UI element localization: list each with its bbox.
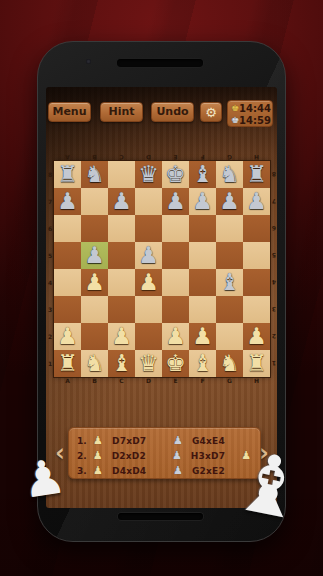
move-row: 2.♟D2xD2♟H3xD7♟ xyxy=(77,448,254,463)
white-pawn-piece: ♟ xyxy=(243,323,270,350)
square-b8[interactable]: ♞ xyxy=(81,161,108,188)
square-b7[interactable] xyxy=(81,188,108,215)
coord-label: F xyxy=(189,377,216,385)
black-pawn-icon: ♟ xyxy=(170,434,186,448)
coord-label: 1 xyxy=(46,350,54,377)
square-h4[interactable] xyxy=(243,269,270,296)
square-d8[interactable]: ♛ xyxy=(135,161,162,188)
coord-label: E xyxy=(162,377,189,385)
black-pawn-piece: ♟ xyxy=(162,188,189,215)
board-file-labels-top: ABCDEFGH xyxy=(54,153,270,161)
coord-label: 7 xyxy=(46,188,54,215)
square-c2[interactable]: ♟ xyxy=(108,323,135,350)
square-f6[interactable] xyxy=(189,215,216,242)
coord-label: G xyxy=(216,377,243,385)
white-pawn-icon: ♟ xyxy=(90,464,106,478)
front-camera-dot xyxy=(86,59,91,64)
black-queen-piece: ♛ xyxy=(135,161,162,188)
coord-label: 3 xyxy=(270,296,278,323)
square-d3[interactable] xyxy=(135,296,162,323)
white-clock-row: ♚ 14:44 xyxy=(231,102,269,114)
square-f7[interactable]: ♟ xyxy=(189,188,216,215)
square-a1[interactable]: ♜ xyxy=(54,350,81,377)
coord-label: 8 xyxy=(270,161,278,188)
square-g1[interactable]: ♞ xyxy=(216,350,243,377)
square-d2[interactable] xyxy=(135,323,162,350)
hint-button[interactable]: Hint xyxy=(100,102,143,122)
square-h7[interactable]: ♟ xyxy=(243,188,270,215)
coord-label: A xyxy=(54,153,81,161)
white-pawn-piece: ♟ xyxy=(135,269,162,296)
black-pawn-piece: ♟ xyxy=(81,242,108,269)
square-f5[interactable] xyxy=(189,242,216,269)
coord-label: 4 xyxy=(270,269,278,296)
white-bishop-piece: ♝ xyxy=(189,350,216,377)
board-rank-labels-left: 87654321 xyxy=(46,161,54,377)
square-a8[interactable]: ♜ xyxy=(54,161,81,188)
square-g4[interactable]: ♝ xyxy=(216,269,243,296)
coord-label: A xyxy=(54,377,81,385)
square-h6[interactable] xyxy=(243,215,270,242)
coord-label: F xyxy=(189,153,216,161)
square-c7[interactable]: ♟ xyxy=(108,188,135,215)
coord-label: B xyxy=(81,377,108,385)
square-c6[interactable] xyxy=(108,215,135,242)
square-a3[interactable] xyxy=(54,296,81,323)
square-e1[interactable]: ♚ xyxy=(162,350,189,377)
black-king-piece: ♚ xyxy=(162,161,189,188)
white-move-text: D4xD4 xyxy=(112,466,170,476)
coord-label: D xyxy=(135,377,162,385)
earpiece-speaker xyxy=(117,59,203,67)
square-f3[interactable] xyxy=(189,296,216,323)
square-d7[interactable] xyxy=(135,188,162,215)
coord-label: 3 xyxy=(46,296,54,323)
square-e3[interactable] xyxy=(162,296,189,323)
white-move-text: D7xD7 xyxy=(112,436,170,446)
white-move-text: D2xD2 xyxy=(112,451,169,461)
square-c1[interactable]: ♝ xyxy=(108,350,135,377)
square-h5[interactable] xyxy=(243,242,270,269)
board-file-labels-bottom: ABCDEFGH xyxy=(54,377,270,385)
black-rook-piece: ♜ xyxy=(54,161,81,188)
square-d6[interactable] xyxy=(135,215,162,242)
black-pawn-piece: ♟ xyxy=(54,188,81,215)
black-pawn-piece: ♟ xyxy=(216,188,243,215)
coord-label: 6 xyxy=(270,215,278,242)
square-d1[interactable]: ♛ xyxy=(135,350,162,377)
black-knight-piece: ♞ xyxy=(81,161,108,188)
black-pawn-icon: ♟ xyxy=(170,464,186,478)
black-knight-piece: ♞ xyxy=(216,161,243,188)
coord-label: 4 xyxy=(46,269,54,296)
bottom-speaker xyxy=(118,513,203,520)
move-row: 1.♟D7xD7♟G4xE4 xyxy=(77,433,254,448)
black-pawn-piece: ♟ xyxy=(108,188,135,215)
square-g8[interactable]: ♞ xyxy=(216,161,243,188)
chess-board[interactable]: ♜♞♛♚♝♞♜♟♟♟♟♟♟♟♟♟♟♝♟♟♟♟♟♜♞♝♛♚♝♞♜ xyxy=(54,161,270,377)
coord-label: 5 xyxy=(270,242,278,269)
square-e7[interactable]: ♟ xyxy=(162,188,189,215)
white-knight-piece: ♞ xyxy=(216,350,243,377)
black-pawn-piece: ♟ xyxy=(135,242,162,269)
square-c3[interactable] xyxy=(108,296,135,323)
square-g5[interactable] xyxy=(216,242,243,269)
coord-label: H xyxy=(243,153,270,161)
square-c8[interactable] xyxy=(108,161,135,188)
square-h8[interactable]: ♜ xyxy=(243,161,270,188)
square-c4[interactable] xyxy=(108,269,135,296)
square-b6[interactable] xyxy=(81,215,108,242)
coord-label: D xyxy=(135,153,162,161)
black-piece-icon: ♚ xyxy=(231,114,239,126)
square-g6[interactable] xyxy=(216,215,243,242)
square-f2[interactable]: ♟ xyxy=(189,323,216,350)
coord-label: E xyxy=(162,153,189,161)
coord-label: 2 xyxy=(270,323,278,350)
square-b2[interactable] xyxy=(81,323,108,350)
square-e2[interactable]: ♟ xyxy=(162,323,189,350)
coord-label: G xyxy=(216,153,243,161)
board-rank-labels-right: 87654321 xyxy=(270,161,278,377)
white-pawn-piece: ♟ xyxy=(81,269,108,296)
black-move-text: H3xD7 xyxy=(191,451,238,461)
white-pawn-piece: ♟ xyxy=(189,323,216,350)
white-pawn-piece: ♟ xyxy=(108,323,135,350)
white-queen-piece: ♛ xyxy=(135,350,162,377)
menu-button[interactable]: Menu xyxy=(48,102,91,122)
square-b4[interactable]: ♟ xyxy=(81,269,108,296)
square-a5[interactable] xyxy=(54,242,81,269)
square-b5[interactable]: ♟ xyxy=(81,242,108,269)
square-a4[interactable] xyxy=(54,269,81,296)
black-move-text: G2xE2 xyxy=(192,466,240,476)
black-pawn-piece: ♟ xyxy=(243,188,270,215)
square-d5[interactable]: ♟ xyxy=(135,242,162,269)
square-f4[interactable] xyxy=(189,269,216,296)
black-move-text: G4xE4 xyxy=(192,436,240,446)
square-g2[interactable] xyxy=(216,323,243,350)
white-pawn-piece: ♟ xyxy=(162,323,189,350)
coord-label: B xyxy=(81,153,108,161)
square-g7[interactable]: ♟ xyxy=(216,188,243,215)
white-rook-piece: ♜ xyxy=(243,350,270,377)
coord-label: 2 xyxy=(46,323,54,350)
move-number: 2. xyxy=(77,451,90,461)
move-list-panel[interactable]: 1.♟D7xD7♟G4xE42.♟D2xD2♟H3xD7♟3.♟D4xD4♟G2… xyxy=(68,427,261,479)
white-pawn-piece: ♟ xyxy=(54,323,81,350)
coord-label: C xyxy=(108,377,135,385)
black-pawn-icon: ♟ xyxy=(169,449,185,463)
square-f8[interactable]: ♝ xyxy=(189,161,216,188)
black-bishop-piece: ♝ xyxy=(189,161,216,188)
square-f1[interactable]: ♝ xyxy=(189,350,216,377)
decorative-white-pawn: ♟ xyxy=(18,447,69,509)
square-a6[interactable] xyxy=(54,215,81,242)
white-time: 14:44 xyxy=(239,103,271,114)
move-row: 3.♟D4xD4♟G2xE2 xyxy=(77,463,254,478)
white-piece-icon: ♚ xyxy=(231,102,239,114)
white-pawn-icon: ♟ xyxy=(90,434,106,448)
move-number: 1. xyxy=(77,436,90,446)
coord-label: 6 xyxy=(46,215,54,242)
game-clock: ♚ 14:44 ♚ 14:59 xyxy=(227,100,273,127)
square-h1[interactable]: ♜ xyxy=(243,350,270,377)
square-b3[interactable] xyxy=(81,296,108,323)
black-clock-row: ♚ 14:59 xyxy=(231,114,269,126)
black-rook-piece: ♜ xyxy=(243,161,270,188)
square-e4[interactable] xyxy=(162,269,189,296)
move-number: 3. xyxy=(77,466,90,476)
white-pawn-icon: ♟ xyxy=(90,449,106,463)
coord-label: 7 xyxy=(270,188,278,215)
white-rook-piece: ♜ xyxy=(54,350,81,377)
coord-label: C xyxy=(108,153,135,161)
square-a2[interactable]: ♟ xyxy=(54,323,81,350)
coord-label: H xyxy=(243,377,270,385)
square-e5[interactable] xyxy=(162,242,189,269)
black-time: 14:59 xyxy=(239,115,271,126)
square-e8[interactable]: ♚ xyxy=(162,161,189,188)
square-c5[interactable] xyxy=(108,242,135,269)
white-king-piece: ♚ xyxy=(162,350,189,377)
square-h3[interactable] xyxy=(243,296,270,323)
white-bishop-piece: ♝ xyxy=(108,350,135,377)
square-d4[interactable]: ♟ xyxy=(135,269,162,296)
coord-label: 5 xyxy=(46,242,54,269)
settings-gear-button[interactable]: ⚙ xyxy=(200,102,222,122)
coord-label: 1 xyxy=(270,350,278,377)
square-b1[interactable]: ♞ xyxy=(81,350,108,377)
square-a7[interactable]: ♟ xyxy=(54,188,81,215)
coord-label: 8 xyxy=(46,161,54,188)
square-e6[interactable] xyxy=(162,215,189,242)
chess-app-screenshot: Menu Hint Undo ⚙ ♚ 14:44 ♚ 14:59 ABCDEFG… xyxy=(0,0,323,576)
undo-button[interactable]: Undo xyxy=(151,102,194,122)
white-knight-piece: ♞ xyxy=(81,350,108,377)
black-bishop-piece: ♝ xyxy=(216,269,243,296)
square-g3[interactable] xyxy=(216,296,243,323)
square-h2[interactable]: ♟ xyxy=(243,323,270,350)
black-pawn-piece: ♟ xyxy=(189,188,216,215)
